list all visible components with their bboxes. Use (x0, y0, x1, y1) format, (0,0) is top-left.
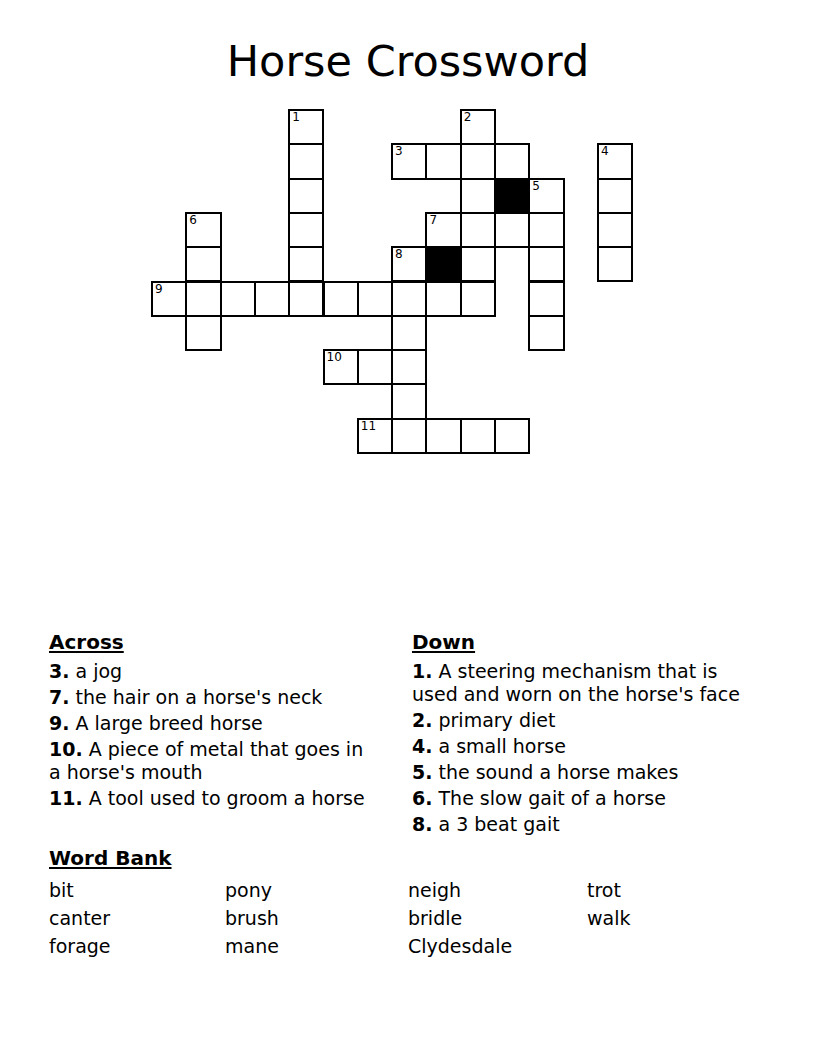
clue-number: 7. (49, 686, 69, 708)
grid-cell[interactable] (425, 281, 461, 317)
grid-cell[interactable] (254, 281, 290, 317)
cell-number: 11 (361, 420, 376, 433)
clue-text: A piece of metal that goes in a horse's … (49, 738, 363, 783)
clue-text: a jog (69, 660, 122, 682)
grid-cell[interactable]: 3 (391, 143, 427, 179)
blocked-cell (494, 178, 530, 214)
clue-item: 9. A large breed horse (49, 712, 367, 735)
word-bank-column: trotwalk (587, 876, 769, 960)
grid-cell[interactable]: 8 (391, 246, 427, 282)
grid-cell[interactable]: 2 (460, 109, 496, 145)
word-bank-word: walk (587, 904, 769, 932)
grid-cell[interactable] (528, 281, 564, 317)
word-bank-word: forage (49, 932, 225, 960)
clue-text: a small horse (432, 735, 565, 757)
cell-number: 9 (155, 283, 163, 296)
clue-text: The slow gait of a horse (432, 787, 665, 809)
word-bank-word: canter (49, 904, 225, 932)
clue-number: 5. (412, 761, 432, 783)
clue-item: 5. the sound a horse makes (412, 761, 744, 784)
grid-cell[interactable] (288, 143, 324, 179)
down-heading: Down (412, 630, 475, 654)
grid-cell[interactable] (391, 418, 427, 454)
grid-cell[interactable] (220, 281, 256, 317)
clue-item: 6. The slow gait of a horse (412, 787, 744, 810)
cell-number: 8 (395, 248, 403, 261)
word-bank-word: brush (225, 904, 408, 932)
word-bank-column: neighbridleClydesdale (408, 876, 587, 960)
cell-number: 2 (464, 111, 472, 124)
clue-text: A steering mechanism that is used and wo… (412, 660, 740, 705)
clue-text: the hair on a horse's neck (69, 686, 322, 708)
blocked-cell (425, 246, 461, 282)
grid-cell[interactable] (288, 281, 324, 317)
clue-item: 2. primary diet (412, 709, 744, 732)
across-clues-section: Across 3. a jog7. the hair on a horse's … (49, 630, 367, 813)
crossword-grid: 1234567891011 (152, 110, 633, 454)
grid-cell[interactable]: 1 (288, 109, 324, 145)
cell-number: 6 (189, 214, 197, 227)
grid-cell[interactable] (357, 281, 393, 317)
clue-item: 4. a small horse (412, 735, 744, 758)
clue-item: 11. A tool used to groom a horse (49, 787, 367, 810)
grid-cell[interactable] (391, 383, 427, 419)
word-bank-word: trot (587, 876, 769, 904)
clue-number: 8. (412, 813, 432, 835)
word-bank-word: neigh (408, 876, 587, 904)
grid-cell[interactable] (425, 143, 461, 179)
grid-cell[interactable] (494, 212, 530, 248)
cell-number: 3 (395, 145, 403, 158)
clue-number: 1. (412, 660, 432, 682)
grid-cell[interactable] (460, 212, 496, 248)
grid-cell[interactable] (460, 178, 496, 214)
word-bank-word: mane (225, 932, 408, 960)
grid-cell[interactable] (288, 178, 324, 214)
clue-number: 4. (412, 735, 432, 757)
cell-number: 7 (429, 214, 437, 227)
clue-number: 6. (412, 787, 432, 809)
clue-number: 3. (49, 660, 69, 682)
word-bank-word: pony (225, 876, 408, 904)
across-clue-list: 3. a jog7. the hair on a horse's neck9. … (49, 660, 367, 810)
word-bank-column: bitcanterforage (49, 876, 225, 960)
clue-text: A tool used to groom a horse (83, 787, 365, 809)
grid-cell[interactable] (528, 315, 564, 351)
grid-cell[interactable] (597, 246, 633, 282)
grid-cell[interactable] (391, 349, 427, 385)
down-clues-section: Down 1. A steering mechanism that is use… (412, 630, 744, 839)
grid-cell[interactable] (460, 281, 496, 317)
across-heading: Across (49, 630, 124, 654)
clue-item: 7. the hair on a horse's neck (49, 686, 367, 709)
cell-number: 4 (601, 145, 609, 158)
grid-cell[interactable] (391, 315, 427, 351)
grid-cell[interactable]: 9 (151, 281, 187, 317)
grid-cell[interactable] (494, 418, 530, 454)
grid-cell[interactable] (528, 212, 564, 248)
grid-cell[interactable] (323, 281, 359, 317)
word-bank-section: Word Bank bitcanterforageponybrushmanene… (49, 846, 769, 960)
grid-cell[interactable] (185, 281, 221, 317)
word-bank-word: Clydesdale (408, 932, 587, 960)
word-bank-word: bit (49, 876, 225, 904)
grid-cell[interactable] (185, 315, 221, 351)
clue-item: 10. A piece of metal that goes in a hors… (49, 738, 367, 784)
clue-number: 11. (49, 787, 83, 809)
grid-cell[interactable] (425, 418, 461, 454)
grid-cell[interactable] (288, 246, 324, 282)
clue-item: 3. a jog (49, 660, 367, 683)
clue-number: 9. (49, 712, 69, 734)
crossword-worksheet: Horse Crossword 1234567891011 Across 3. … (0, 0, 816, 1056)
grid-cell[interactable] (494, 143, 530, 179)
grid-cell[interactable]: 7 (425, 212, 461, 248)
grid-cell[interactable] (357, 349, 393, 385)
grid-cell[interactable]: 4 (597, 143, 633, 179)
word-bank-heading: Word Bank (49, 846, 172, 870)
cell-number: 1 (292, 111, 300, 124)
grid-cell[interactable] (597, 178, 633, 214)
clue-item: 1. A steering mechanism that is used and… (412, 660, 744, 706)
grid-cell[interactable]: 11 (357, 418, 393, 454)
clue-text: primary diet (432, 709, 555, 731)
down-clue-list: 1. A steering mechanism that is used and… (412, 660, 744, 836)
clue-text: a 3 beat gait (432, 813, 559, 835)
clue-number: 10. (49, 738, 83, 760)
word-bank-column: ponybrushmane (225, 876, 408, 960)
grid-cell[interactable] (597, 212, 633, 248)
grid-cell[interactable] (391, 281, 427, 317)
grid-cell[interactable] (528, 246, 564, 282)
grid-cell[interactable] (288, 212, 324, 248)
grid-cell[interactable]: 5 (528, 178, 564, 214)
grid-cell[interactable] (460, 143, 496, 179)
cell-number: 5 (532, 180, 540, 193)
clue-item: 8. a 3 beat gait (412, 813, 744, 836)
clue-text: A large breed horse (69, 712, 262, 734)
grid-cell[interactable] (185, 246, 221, 282)
grid-cell[interactable]: 10 (323, 349, 359, 385)
clue-number: 2. (412, 709, 432, 731)
grid-cell[interactable] (460, 246, 496, 282)
cell-number: 10 (327, 351, 342, 364)
word-bank-columns: bitcanterforageponybrushmaneneighbridleC… (49, 876, 769, 960)
word-bank-word: bridle (408, 904, 587, 932)
grid-cell[interactable] (460, 418, 496, 454)
page-title: Horse Crossword (0, 36, 816, 86)
clue-text: the sound a horse makes (432, 761, 678, 783)
grid-cell[interactable]: 6 (185, 212, 221, 248)
